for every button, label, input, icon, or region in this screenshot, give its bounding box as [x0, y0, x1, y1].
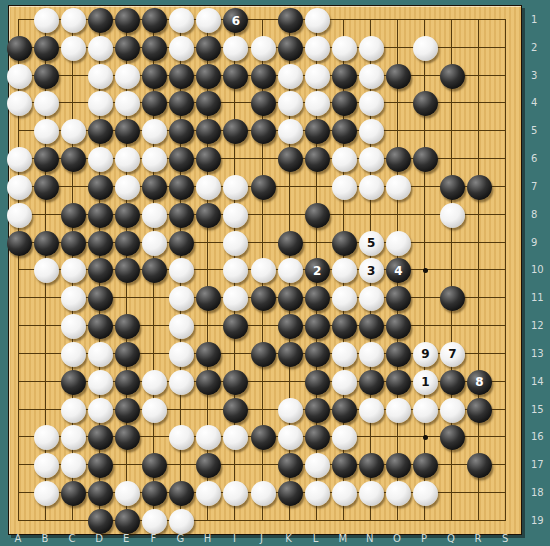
stone-black-M17 — [332, 453, 357, 478]
stone-black-O11 — [386, 286, 411, 311]
stone-white-N6 — [359, 147, 384, 172]
stone-black-M5 — [332, 119, 357, 144]
stone-white-D14 — [88, 370, 113, 395]
col-label-R: R — [475, 533, 482, 544]
stone-white-P2 — [413, 36, 438, 61]
stone-white-K4 — [278, 91, 303, 116]
stone-black-N17 — [359, 453, 384, 478]
stone-white-C15 — [61, 398, 86, 423]
stone-black-K13 — [278, 342, 303, 367]
row-label-2: 2 — [531, 41, 537, 52]
stone-black-J4 — [251, 91, 276, 116]
stone-black-I5 — [223, 119, 248, 144]
stone-black-N12 — [359, 314, 384, 339]
stone-black-L12 — [305, 314, 330, 339]
stone-black-E13 — [115, 342, 140, 367]
stone-black-D19 — [88, 509, 113, 534]
stone-black-D7 — [88, 175, 113, 200]
stone-white-O7 — [386, 175, 411, 200]
stone-white-L4 — [305, 91, 330, 116]
stone-black-M9 — [332, 231, 357, 256]
stone-white-L1 — [305, 8, 330, 33]
stone-white-D3 — [88, 64, 113, 89]
stone-black-E14 — [115, 370, 140, 395]
col-label-C: C — [69, 533, 76, 544]
stone-white-B1 — [34, 8, 59, 33]
stone-black-B7 — [34, 175, 59, 200]
stone-white-K3 — [278, 64, 303, 89]
row-label-7: 7 — [531, 180, 537, 191]
stone-white-F15 — [142, 398, 167, 423]
stone-black-N14 — [359, 370, 384, 395]
stone-black-F7 — [142, 175, 167, 200]
stone-white-G12 — [169, 314, 194, 339]
stone-black-I3 — [223, 64, 248, 89]
stone-white-L18 — [305, 481, 330, 506]
stone-black-B6 — [34, 147, 59, 172]
stone-black-D1 — [88, 8, 113, 33]
stone-black-H11 — [196, 286, 221, 311]
stone-white-F8 — [142, 203, 167, 228]
stone-white-J2 — [251, 36, 276, 61]
stone-black-Q16 — [440, 425, 465, 450]
stone-white-B5 — [34, 119, 59, 144]
stone-white-A4 — [7, 91, 32, 116]
row-label-11: 11 — [531, 292, 544, 303]
stone-black-G18 — [169, 481, 194, 506]
col-label-O: O — [393, 533, 401, 544]
stone-white-G1 — [169, 8, 194, 33]
stone-white-J10 — [251, 258, 276, 283]
stone-black-I15 — [223, 398, 248, 423]
stone-black-E19 — [115, 509, 140, 534]
stone-white-I18 — [223, 481, 248, 506]
stone-black-D10 — [88, 258, 113, 283]
stone-white-I10 — [223, 258, 248, 283]
stone-move-7-Q13: 7 — [440, 342, 465, 367]
col-label-Q: Q — [447, 533, 455, 544]
stone-white-N15 — [359, 398, 384, 423]
col-label-E: E — [123, 533, 129, 544]
stone-black-M3 — [332, 64, 357, 89]
row-label-13: 13 — [531, 347, 544, 358]
row-label-6: 6 — [531, 153, 537, 164]
stone-white-G13 — [169, 342, 194, 367]
stone-white-I8 — [223, 203, 248, 228]
row-label-19: 19 — [531, 514, 544, 525]
stone-black-I14 — [223, 370, 248, 395]
stone-black-D5 — [88, 119, 113, 144]
stone-black-F4 — [142, 91, 167, 116]
stone-black-J5 — [251, 119, 276, 144]
stone-white-M2 — [332, 36, 357, 61]
stone-black-L8 — [305, 203, 330, 228]
stone-black-K9 — [278, 231, 303, 256]
stone-white-C12 — [61, 314, 86, 339]
stone-black-D12 — [88, 314, 113, 339]
row-label-12: 12 — [531, 320, 544, 331]
stone-black-E2 — [115, 36, 140, 61]
stone-black-R7 — [467, 175, 492, 200]
stone-black-G8 — [169, 203, 194, 228]
stone-black-L6 — [305, 147, 330, 172]
stone-black-H6 — [196, 147, 221, 172]
stone-white-D13 — [88, 342, 113, 367]
stone-black-P6 — [413, 147, 438, 172]
stone-black-L11 — [305, 286, 330, 311]
stone-move-2-L10: 2 — [305, 258, 330, 283]
stone-white-L3 — [305, 64, 330, 89]
stone-black-B3 — [34, 64, 59, 89]
col-label-N: N — [366, 533, 373, 544]
col-label-B: B — [42, 533, 49, 544]
stone-white-B18 — [34, 481, 59, 506]
stone-black-E8 — [115, 203, 140, 228]
stone-black-O17 — [386, 453, 411, 478]
stone-black-P17 — [413, 453, 438, 478]
stone-white-M18 — [332, 481, 357, 506]
stone-black-F17 — [142, 453, 167, 478]
stone-white-D15 — [88, 398, 113, 423]
col-label-A: A — [15, 533, 22, 544]
stone-white-M13 — [332, 342, 357, 367]
stone-white-G2 — [169, 36, 194, 61]
stone-black-B9 — [34, 231, 59, 256]
stone-black-K12 — [278, 314, 303, 339]
stone-white-C2 — [61, 36, 86, 61]
stone-black-K1 — [278, 8, 303, 33]
stone-white-G19 — [169, 509, 194, 534]
stone-white-A3 — [7, 64, 32, 89]
stone-move-6-I1: 6 — [223, 8, 248, 33]
stone-black-O13 — [386, 342, 411, 367]
stone-black-D17 — [88, 453, 113, 478]
stone-white-C1 — [61, 8, 86, 33]
stone-white-G14 — [169, 370, 194, 395]
col-label-S: S — [502, 533, 508, 544]
stone-white-D6 — [88, 147, 113, 172]
row-label-18: 18 — [531, 487, 544, 498]
stone-black-C14 — [61, 370, 86, 395]
stone-white-O18 — [386, 481, 411, 506]
stone-black-G5 — [169, 119, 194, 144]
stone-white-A8 — [7, 203, 32, 228]
go-board[interactable]: 652349718 — [8, 5, 522, 535]
stone-black-C18 — [61, 481, 86, 506]
stone-black-E16 — [115, 425, 140, 450]
stone-white-Q15 — [440, 398, 465, 423]
stone-white-F19 — [142, 509, 167, 534]
stone-black-Q7 — [440, 175, 465, 200]
stone-black-L5 — [305, 119, 330, 144]
stone-white-M7 — [332, 175, 357, 200]
hoshi-star-point — [423, 435, 428, 440]
stone-black-M4 — [332, 91, 357, 116]
grid-line-vertical — [478, 19, 479, 521]
stone-black-B2 — [34, 36, 59, 61]
stone-black-H14 — [196, 370, 221, 395]
stone-black-C6 — [61, 147, 86, 172]
stone-black-F18 — [142, 481, 167, 506]
stone-white-G10 — [169, 258, 194, 283]
stone-black-E5 — [115, 119, 140, 144]
stone-white-D4 — [88, 91, 113, 116]
stone-black-H8 — [196, 203, 221, 228]
stone-black-O12 — [386, 314, 411, 339]
stone-white-B17 — [34, 453, 59, 478]
stone-black-E1 — [115, 8, 140, 33]
stone-black-H13 — [196, 342, 221, 367]
stone-white-F9 — [142, 231, 167, 256]
stone-white-B10 — [34, 258, 59, 283]
stone-white-B4 — [34, 91, 59, 116]
stone-black-H2 — [196, 36, 221, 61]
stone-white-C11 — [61, 286, 86, 311]
stone-black-E10 — [115, 258, 140, 283]
stone-black-K18 — [278, 481, 303, 506]
stone-white-I16 — [223, 425, 248, 450]
stone-white-G11 — [169, 286, 194, 311]
stone-black-K6 — [278, 147, 303, 172]
stone-white-E3 — [115, 64, 140, 89]
stone-black-D9 — [88, 231, 113, 256]
stone-black-C8 — [61, 203, 86, 228]
stone-white-M11 — [332, 286, 357, 311]
stone-black-H3 — [196, 64, 221, 89]
col-label-L: L — [313, 533, 319, 544]
stone-black-M15 — [332, 398, 357, 423]
row-label-15: 15 — [531, 403, 544, 414]
stone-black-M12 — [332, 314, 357, 339]
stone-black-E9 — [115, 231, 140, 256]
stone-white-N5 — [359, 119, 384, 144]
stone-black-P4 — [413, 91, 438, 116]
stone-white-C10 — [61, 258, 86, 283]
stone-white-I9 — [223, 231, 248, 256]
stone-black-O3 — [386, 64, 411, 89]
row-label-3: 3 — [531, 69, 537, 80]
stone-black-J11 — [251, 286, 276, 311]
stone-white-E7 — [115, 175, 140, 200]
stone-white-N7 — [359, 175, 384, 200]
stone-white-H7 — [196, 175, 221, 200]
stone-black-D18 — [88, 481, 113, 506]
stone-white-P15 — [413, 398, 438, 423]
stone-white-N4 — [359, 91, 384, 116]
stone-black-H5 — [196, 119, 221, 144]
stone-black-F10 — [142, 258, 167, 283]
stone-white-B16 — [34, 425, 59, 450]
stone-black-H17 — [196, 453, 221, 478]
row-label-5: 5 — [531, 125, 537, 136]
stone-black-O6 — [386, 147, 411, 172]
row-label-10: 10 — [531, 264, 544, 275]
stone-black-E12 — [115, 314, 140, 339]
stone-white-H1 — [196, 8, 221, 33]
stone-black-Q3 — [440, 64, 465, 89]
stone-move-5-N9: 5 — [359, 231, 384, 256]
stone-white-J18 — [251, 481, 276, 506]
stone-black-J7 — [251, 175, 276, 200]
stone-white-E4 — [115, 91, 140, 116]
stone-white-C13 — [61, 342, 86, 367]
stone-white-I11 — [223, 286, 248, 311]
stone-white-L2 — [305, 36, 330, 61]
stone-white-A6 — [7, 147, 32, 172]
stone-black-A9 — [7, 231, 32, 256]
stone-white-I7 — [223, 175, 248, 200]
stone-black-Q11 — [440, 286, 465, 311]
stone-white-K15 — [278, 398, 303, 423]
stone-white-G16 — [169, 425, 194, 450]
hoshi-star-point — [423, 268, 428, 273]
stone-white-P18 — [413, 481, 438, 506]
stone-white-N11 — [359, 286, 384, 311]
stone-black-R17 — [467, 453, 492, 478]
stone-white-F5 — [142, 119, 167, 144]
stone-black-G4 — [169, 91, 194, 116]
stone-move-9-P13: 9 — [413, 342, 438, 367]
stone-white-A7 — [7, 175, 32, 200]
stone-white-C5 — [61, 119, 86, 144]
stone-black-R15 — [467, 398, 492, 423]
stone-black-O14 — [386, 370, 411, 395]
stone-black-I12 — [223, 314, 248, 339]
row-label-1: 1 — [531, 14, 537, 25]
stone-black-D11 — [88, 286, 113, 311]
stone-move-3-N10: 3 — [359, 258, 384, 283]
stone-black-F1 — [142, 8, 167, 33]
stone-black-D8 — [88, 203, 113, 228]
row-label-14: 14 — [531, 375, 544, 386]
stone-black-K17 — [278, 453, 303, 478]
stone-white-D2 — [88, 36, 113, 61]
stone-white-N2 — [359, 36, 384, 61]
stone-move-1-P14: 1 — [413, 370, 438, 395]
stone-black-G3 — [169, 64, 194, 89]
stone-black-J16 — [251, 425, 276, 450]
stone-white-N3 — [359, 64, 384, 89]
stone-move-8-R14: 8 — [467, 370, 492, 395]
stone-black-H4 — [196, 91, 221, 116]
stone-white-I2 — [223, 36, 248, 61]
col-label-P: P — [421, 533, 427, 544]
app-background: 652349718 ABCDEFGHIJKLMNOPQRS 1234567891… — [0, 0, 550, 546]
stone-white-C16 — [61, 425, 86, 450]
stone-white-M14 — [332, 370, 357, 395]
col-label-H: H — [204, 533, 212, 544]
row-label-8: 8 — [531, 208, 537, 219]
stone-white-E6 — [115, 147, 140, 172]
row-label-9: 9 — [531, 236, 537, 247]
stone-white-K5 — [278, 119, 303, 144]
row-label-16: 16 — [531, 431, 544, 442]
stone-white-Q8 — [440, 203, 465, 228]
stone-black-Q14 — [440, 370, 465, 395]
grid-line-vertical — [505, 19, 506, 521]
stone-black-L13 — [305, 342, 330, 367]
stone-black-L16 — [305, 425, 330, 450]
stone-black-E15 — [115, 398, 140, 423]
row-label-4: 4 — [531, 97, 537, 108]
stone-black-J3 — [251, 64, 276, 89]
stone-black-C9 — [61, 231, 86, 256]
row-label-17: 17 — [531, 459, 544, 470]
stone-white-C17 — [61, 453, 86, 478]
stone-white-H18 — [196, 481, 221, 506]
col-label-M: M — [338, 533, 347, 544]
stone-black-G7 — [169, 175, 194, 200]
stone-black-L15 — [305, 398, 330, 423]
stone-black-K11 — [278, 286, 303, 311]
stone-white-K10 — [278, 258, 303, 283]
col-label-I: I — [233, 533, 236, 544]
stone-white-L17 — [305, 453, 330, 478]
col-label-K: K — [285, 533, 292, 544]
stone-black-F3 — [142, 64, 167, 89]
stone-black-G9 — [169, 231, 194, 256]
stone-white-M6 — [332, 147, 357, 172]
stone-white-H16 — [196, 425, 221, 450]
stone-black-F2 — [142, 36, 167, 61]
stone-black-G6 — [169, 147, 194, 172]
stone-white-O15 — [386, 398, 411, 423]
stone-white-M16 — [332, 425, 357, 450]
stone-black-L14 — [305, 370, 330, 395]
stone-white-O9 — [386, 231, 411, 256]
stone-black-K2 — [278, 36, 303, 61]
stone-black-A2 — [7, 36, 32, 61]
stone-white-N18 — [359, 481, 384, 506]
stone-black-D16 — [88, 425, 113, 450]
col-label-G: G — [176, 533, 184, 544]
stone-white-K16 — [278, 425, 303, 450]
stone-white-M10 — [332, 258, 357, 283]
stone-black-J13 — [251, 342, 276, 367]
col-label-D: D — [95, 533, 103, 544]
stone-white-F14 — [142, 370, 167, 395]
stone-move-4-O10: 4 — [386, 258, 411, 283]
stone-white-N13 — [359, 342, 384, 367]
stone-white-F6 — [142, 147, 167, 172]
col-label-F: F — [150, 533, 156, 544]
stone-white-E18 — [115, 481, 140, 506]
col-label-J: J — [260, 533, 263, 544]
